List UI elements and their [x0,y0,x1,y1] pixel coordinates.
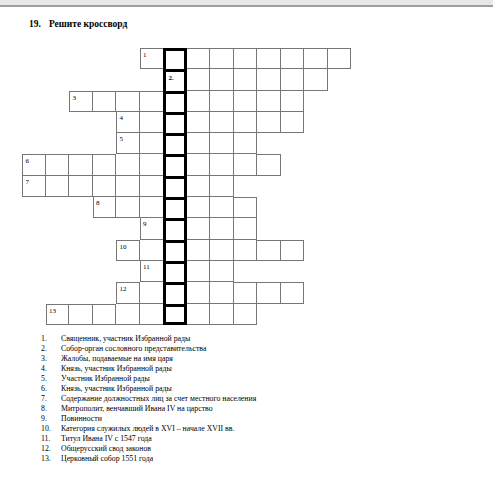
cell-r8c10[interactable] [234,197,258,218]
cell-r9c10[interactable] [234,218,258,239]
cell-r6c8[interactable] [187,154,211,175]
cell-r2c13[interactable] [304,69,328,90]
cell-r10c9[interactable] [210,240,234,261]
cell-r10c12[interactable] [281,240,305,261]
cell-r6c9[interactable] [210,154,234,175]
clue-text: Категория служилых людей в XVI – начале … [61,424,234,434]
cell-r13c2[interactable]: 13 [46,304,70,325]
cell-r4c12[interactable] [281,112,305,133]
cell-r9c8[interactable] [187,218,211,239]
clue-text: Общерусский свод законов [61,444,151,454]
cell-r7c1[interactable]: 7 [22,176,46,197]
cell-r5c7[interactable] [163,133,187,154]
clue-text: Князь, участник Избранной рады [61,364,172,374]
cell-r5c8[interactable] [187,133,211,154]
cell-r8c4[interactable]: 8 [93,197,117,218]
cell-number: 13 [49,307,56,315]
cell-r10c7[interactable] [163,240,187,261]
cell-r3c5[interactable] [116,91,140,112]
cell-r3c9[interactable] [210,91,234,112]
cell-r6c5[interactable] [116,154,140,175]
cell-r6c6[interactable] [140,154,164,175]
clue-9: 9.Повинности [41,414,461,424]
clue-number: 4. [41,364,61,374]
cell-r3c11[interactable] [257,91,281,112]
cell-r9c6[interactable]: 9 [140,218,164,239]
clue-12: 12.Общерусский свод законов [41,444,461,454]
cell-r6c2[interactable] [46,154,70,175]
cell-number: 8 [96,199,100,207]
cell-number: 11 [143,263,150,271]
cell-r4c6[interactable] [140,112,164,133]
cell-r7c5[interactable] [116,176,140,197]
clue-1: 1.Священник, участник Избранной рады [41,334,461,344]
cell-r9c9[interactable] [210,218,234,239]
cell-r10c5[interactable]: 10 [116,240,140,261]
cell-r3c7[interactable] [163,91,187,112]
clue-8: 8.Митрополит, венчавший Ивана IV на царс… [41,404,461,414]
cell-r2c10[interactable] [234,69,258,90]
cell-r4c8[interactable] [187,112,211,133]
clue-4: 4.Князь, участник Избранной рады [41,364,461,374]
clue-11: 11.Титул Ивана IV с 1547 года [41,434,461,444]
clue-text: Титул Ивана IV с 1547 года [61,434,152,444]
cell-r12c7[interactable] [163,282,187,303]
cell-r1c13[interactable] [304,48,328,69]
cell-r8c9[interactable] [210,197,234,218]
cell-r7c8[interactable] [187,176,211,197]
cell-r7c2[interactable] [46,176,70,197]
cell-r10c8[interactable] [187,240,211,261]
cell-r3c4[interactable] [93,91,117,112]
cell-r1c10[interactable] [234,48,258,69]
cell-r1c12[interactable] [281,48,305,69]
cell-r6c10[interactable] [234,154,258,175]
cell-r5c6[interactable] [140,133,164,154]
cell-r13c4[interactable] [93,304,117,325]
clue-number: 11. [41,434,61,444]
clue-3: 3.Жалобы, подаваемые на имя царя [41,354,461,364]
clue-text: Собор-орган сословного представительства [61,344,206,354]
cell-r11c9[interactable] [210,261,234,282]
cell-r4c11[interactable] [257,112,281,133]
cell-r8c6[interactable] [140,197,164,218]
cell-r10c11[interactable] [257,240,281,261]
page-top-border [0,0,493,7]
clue-5: 5.Участник Избранной рады [41,374,461,384]
cell-r12c9[interactable] [210,282,234,303]
cell-r2c12[interactable] [281,69,305,90]
cell-number: 12 [120,285,127,293]
cell-r2c9[interactable] [210,69,234,90]
clue-7: 7.Содержание должностных лиц за счет мес… [41,394,461,404]
cell-number: 7 [26,178,30,186]
clue-2: 2.Собор-орган сословного представительст… [41,344,461,354]
cell-r5c5[interactable]: 5 [116,133,140,154]
cell-r3c3[interactable]: 3 [69,91,93,112]
cell-r1c11[interactable] [257,48,281,69]
cell-r13c8[interactable] [187,304,211,325]
clue-13: 13.Церковный собор 1551 года [41,454,461,464]
cell-r11c8[interactable] [187,261,211,282]
cell-r12c6[interactable] [140,282,164,303]
cell-r7c7[interactable] [163,176,187,197]
clue-text: Повинности [61,414,102,424]
cell-number: 4 [120,114,124,122]
cell-r2c7[interactable]: 2. [163,69,187,90]
clue-number: 7. [41,394,61,404]
clue-text: Митрополит, венчавший Ивана IV на царств… [61,404,213,414]
clue-number: 2. [41,344,61,354]
cell-r2c8[interactable] [187,69,211,90]
cell-r12c8[interactable] [187,282,211,303]
clue-number: 5. [41,374,61,384]
clue-10: 10.Категория служилых людей в XVI – нача… [41,424,461,434]
cell-r1c9[interactable] [210,48,234,69]
clue-number: 10. [41,424,61,434]
cell-number: 5 [120,135,124,143]
cell-r12c10[interactable] [234,282,258,303]
title-number: 19. [29,19,41,30]
clue-number: 8. [41,404,61,414]
cell-r13c5[interactable] [116,304,140,325]
cell-r6c7[interactable] [163,154,187,175]
cell-r13c10[interactable] [234,304,258,325]
clue-6: 6.Князь, участник Избранной рады [41,384,461,394]
clue-text: Священник, участник Избранной рады [61,334,190,344]
clue-number: 1. [41,334,61,344]
cell-number: 9 [143,220,147,228]
crossword-grid: 12.345678910111213 [22,48,351,325]
cell-r13c7[interactable] [163,304,187,325]
cell-r7c6[interactable] [140,176,164,197]
cell-r12c11[interactable] [257,282,281,303]
cell-r13c6[interactable] [140,304,164,325]
cell-r1c6[interactable]: 1 [140,48,164,69]
clue-text: Жалобы, подаваемые на имя царя [61,354,173,364]
cell-r7c4[interactable] [93,176,117,197]
clue-number: 6. [41,384,61,394]
cell-r11c7[interactable] [163,261,187,282]
clue-text: Церковный собор 1551 года [61,454,153,464]
cell-r13c3[interactable] [69,304,93,325]
cell-r6c4[interactable] [93,154,117,175]
cell-r4c5[interactable]: 4 [116,112,140,133]
cell-number: 1 [143,51,147,59]
cell-r7c9[interactable] [210,176,234,197]
cell-r4c7[interactable] [163,112,187,133]
cell-r2c11[interactable] [257,69,281,90]
title-text: Решите кроссворд [49,19,127,30]
cell-r8c5[interactable] [116,197,140,218]
clue-number: 12. [41,444,61,454]
clue-text: Содержание должностных лиц за счет местн… [61,394,256,404]
clue-text: Участник Избранной рады [61,374,150,384]
cell-r3c10[interactable] [234,91,258,112]
cell-r12c5[interactable]: 12 [116,282,140,303]
cell-r12c12[interactable] [281,282,305,303]
cell-r13c9[interactable] [210,304,234,325]
cell-r5c9[interactable] [210,133,234,154]
cell-r6c11[interactable] [257,154,281,175]
cell-r7c3[interactable] [69,176,93,197]
cell-number: 10 [120,243,127,251]
cell-r1c8[interactable] [187,48,211,69]
cell-r3c6[interactable] [140,91,164,112]
cell-r3c12[interactable] [281,91,305,112]
cell-r8c7[interactable] [163,197,187,218]
clue-list: 1.Священник, участник Избранной рады2.Со… [41,334,461,464]
cell-r11c6[interactable]: 11 [140,261,164,282]
cell-r4c10[interactable] [234,112,258,133]
cell-r6c1[interactable]: 6 [22,154,46,175]
cell-number: 3 [73,94,77,102]
cell-r8c8[interactable] [187,197,211,218]
cell-r10c10[interactable] [234,240,258,261]
cell-r3c8[interactable] [187,91,211,112]
clue-number: 13. [41,454,61,464]
clue-number: 9. [41,414,61,424]
clue-text: Князь, участник Избранной рады [61,384,172,394]
cell-r5c10[interactable] [234,133,258,154]
cell-r6c3[interactable] [69,154,93,175]
cell-r9c7[interactable] [163,218,187,239]
cell-r1c14[interactable] [328,48,352,69]
cell-number: 6 [26,157,30,165]
cell-r4c9[interactable] [210,112,234,133]
page-title: 19. Решите кроссворд [29,19,127,30]
cell-r10c6[interactable] [140,240,164,261]
cell-r1c7[interactable] [163,48,187,69]
cell-number: 2. [169,74,174,82]
clue-number: 3. [41,354,61,364]
